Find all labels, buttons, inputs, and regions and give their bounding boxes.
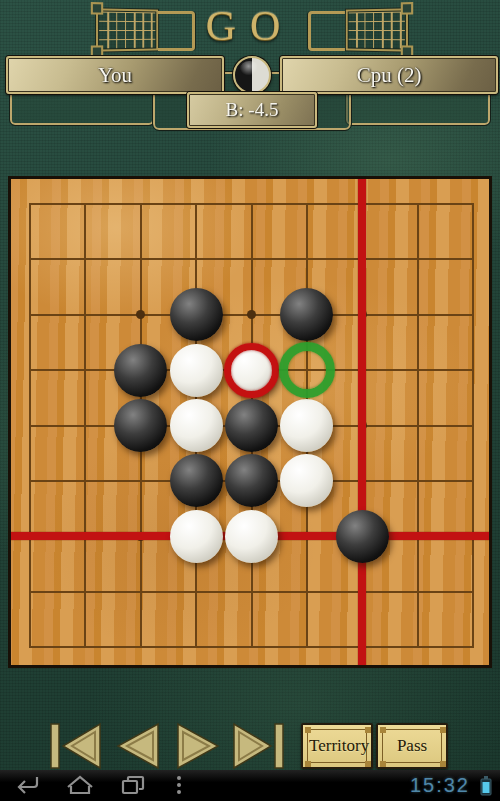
stone-black-E5: [225, 399, 278, 452]
android-system-bar: 15:32: [0, 770, 500, 801]
go-to-start-button[interactable]: [48, 721, 104, 771]
step-forward-button[interactable]: [172, 721, 228, 771]
stone-white-D3: [170, 510, 223, 563]
stone-black-F7: [280, 288, 333, 341]
clock: 15:32: [410, 774, 470, 797]
title-bracket-right: [308, 11, 345, 51]
player-white-plate: Cpu (2): [280, 56, 498, 94]
back-icon[interactable]: [14, 774, 40, 798]
menu-overflow-icon[interactable]: [176, 774, 182, 798]
star-point: [136, 310, 145, 319]
recents-icon[interactable]: [120, 774, 146, 798]
stone-white-D5: [170, 399, 223, 452]
grid-line-horizontal: [29, 646, 474, 648]
stone-black-G3: [336, 510, 389, 563]
last-move-line-vertical: [358, 179, 366, 665]
score-text: B: -4.5: [226, 99, 279, 121]
stone-white-E3: [225, 510, 278, 563]
player-black-plate: You: [6, 56, 224, 94]
stone-white-D6: [170, 344, 223, 397]
player-black-name: You: [98, 63, 132, 88]
green-circle-marker: [279, 342, 335, 398]
turn-indicator-stone: [233, 56, 271, 94]
end-bar-icon: [275, 724, 283, 768]
star-point: [247, 310, 256, 319]
stone-black-D7: [170, 288, 223, 341]
battery-icon: [480, 776, 492, 800]
home-icon[interactable]: [66, 774, 94, 798]
pass-button[interactable]: Pass: [376, 723, 448, 769]
stone-white-F5: [280, 399, 333, 452]
stone-black-E4: [225, 454, 278, 507]
go-to-end-button[interactable]: [230, 721, 286, 771]
stone-black-C5: [114, 399, 167, 452]
grid-line-vertical: [417, 203, 419, 648]
pass-button-label: Pass: [397, 736, 427, 755]
stone-black-C6: [114, 344, 167, 397]
grid-line-horizontal: [29, 591, 474, 593]
player-white-name: Cpu (2): [357, 63, 422, 88]
territory-button[interactable]: Territory: [301, 723, 373, 769]
step-back-button[interactable]: [108, 721, 164, 771]
go-app-screen: GO You Cpu (2) B: -4.5: [0, 0, 500, 801]
red-circle-marker: [224, 343, 279, 398]
app-title: GO: [0, 2, 500, 50]
territory-button-label: Territory: [309, 736, 369, 755]
start-bar-icon: [51, 724, 59, 768]
stone-black-D4: [170, 454, 223, 507]
stone-white-F4: [280, 454, 333, 507]
grid-line-vertical: [472, 203, 474, 648]
score-plate: B: -4.5: [187, 92, 317, 128]
go-board[interactable]: [8, 176, 492, 668]
title-ornament-grid-right: [346, 8, 408, 51]
